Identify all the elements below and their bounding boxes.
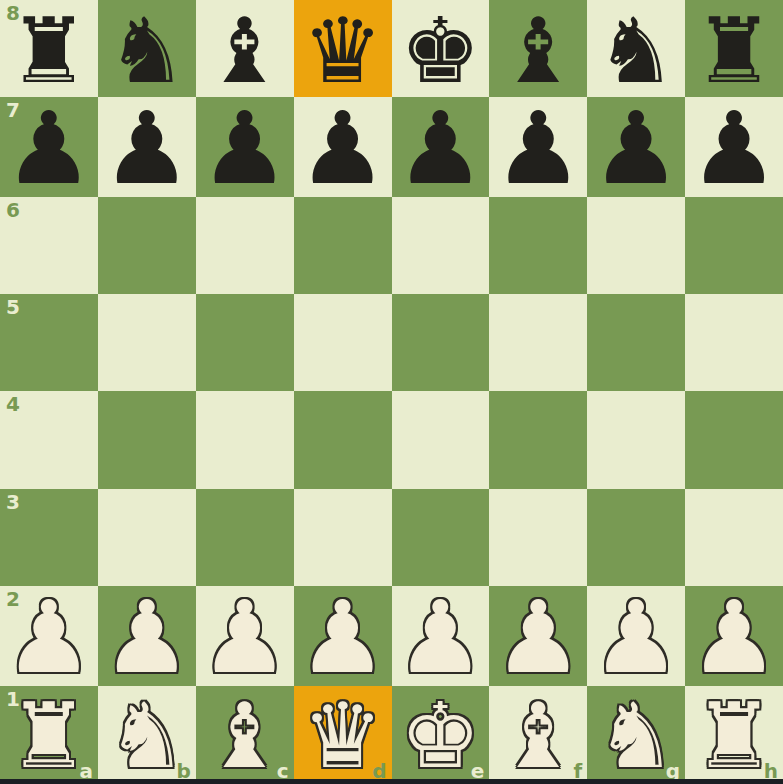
square-g6[interactable] (587, 197, 685, 294)
square-b6[interactable] (98, 197, 196, 294)
square-e4[interactable] (392, 391, 490, 488)
black-knight-g8[interactable]: ♞ (596, 6, 677, 96)
square-e7[interactable]: ♟ (392, 97, 490, 197)
square-d3[interactable] (294, 489, 392, 586)
square-d1[interactable]: d♛ (294, 686, 392, 783)
square-b8[interactable]: ♞ (98, 0, 196, 97)
chess-board: 8♜♞♝♛♚♝♞♜7♟♟♟♟♟♟♟♟65432♟♟♟♟♟♟♟♟1a♜b♞c♝d♛… (0, 0, 783, 784)
white-pawn-b2[interactable]: ♟ (102, 588, 192, 688)
white-rook-a1[interactable]: ♜ (9, 691, 90, 781)
white-pawn-h2[interactable]: ♟ (689, 588, 779, 688)
square-c5[interactable] (196, 294, 294, 391)
white-pawn-g2[interactable]: ♟ (591, 588, 681, 688)
square-e3[interactable] (392, 489, 490, 586)
square-a2[interactable]: 2♟ (0, 586, 98, 686)
square-c3[interactable] (196, 489, 294, 586)
white-pawn-d2[interactable]: ♟ (298, 588, 388, 688)
square-g7[interactable]: ♟ (587, 97, 685, 197)
square-f5[interactable] (489, 294, 587, 391)
square-a7[interactable]: 7♟ (0, 97, 98, 197)
square-b5[interactable] (98, 294, 196, 391)
square-c4[interactable] (196, 391, 294, 488)
black-pawn-f7[interactable]: ♟ (493, 99, 583, 199)
square-f1[interactable]: f♝ (489, 686, 587, 783)
square-e6[interactable] (392, 197, 490, 294)
square-b7[interactable]: ♟ (98, 97, 196, 197)
square-h4[interactable] (685, 391, 783, 488)
square-c8[interactable]: ♝ (196, 0, 294, 97)
white-bishop-c1[interactable]: ♝ (204, 691, 285, 781)
black-pawn-d7[interactable]: ♟ (298, 99, 388, 199)
black-pawn-e7[interactable]: ♟ (396, 99, 486, 199)
square-c2[interactable]: ♟ (196, 586, 294, 686)
square-a1[interactable]: 1a♜ (0, 686, 98, 783)
square-b1[interactable]: b♞ (98, 686, 196, 783)
square-h7[interactable]: ♟ (685, 97, 783, 197)
square-d6[interactable] (294, 197, 392, 294)
black-pawn-g7[interactable]: ♟ (591, 99, 681, 199)
bottom-edge-bar (0, 779, 783, 784)
square-e2[interactable]: ♟ (392, 586, 490, 686)
board-grid: 8♜♞♝♛♚♝♞♜7♟♟♟♟♟♟♟♟65432♟♟♟♟♟♟♟♟1a♜b♞c♝d♛… (0, 0, 783, 783)
square-b2[interactable]: ♟ (98, 586, 196, 686)
square-h3[interactable] (685, 489, 783, 586)
square-f6[interactable] (489, 197, 587, 294)
square-c1[interactable]: c♝ (196, 686, 294, 783)
square-d8[interactable]: ♛ (294, 0, 392, 97)
square-g8[interactable]: ♞ (587, 0, 685, 97)
square-g3[interactable] (587, 489, 685, 586)
black-knight-b8[interactable]: ♞ (106, 6, 187, 96)
square-f2[interactable]: ♟ (489, 586, 587, 686)
square-g1[interactable]: g♞ (587, 686, 685, 783)
black-king-e8[interactable]: ♚ (400, 6, 481, 96)
square-h5[interactable] (685, 294, 783, 391)
square-f8[interactable]: ♝ (489, 0, 587, 97)
white-pawn-c2[interactable]: ♟ (200, 588, 290, 688)
white-knight-b1[interactable]: ♞ (106, 691, 187, 781)
square-b4[interactable] (98, 391, 196, 488)
white-pawn-e2[interactable]: ♟ (396, 588, 486, 688)
square-a4[interactable]: 4 (0, 391, 98, 488)
square-b3[interactable] (98, 489, 196, 586)
white-king-e1[interactable]: ♚ (400, 691, 481, 781)
square-f3[interactable] (489, 489, 587, 586)
square-h2[interactable]: ♟ (685, 586, 783, 686)
square-f7[interactable]: ♟ (489, 97, 587, 197)
square-a8[interactable]: 8♜ (0, 0, 98, 97)
white-knight-g1[interactable]: ♞ (596, 691, 677, 781)
black-queen-d8[interactable]: ♛ (302, 6, 383, 96)
square-d4[interactable] (294, 391, 392, 488)
black-pawn-a7[interactable]: ♟ (4, 99, 94, 199)
square-d7[interactable]: ♟ (294, 97, 392, 197)
black-rook-a8[interactable]: ♜ (9, 6, 90, 96)
square-g2[interactable]: ♟ (587, 586, 685, 686)
white-pawn-a2[interactable]: ♟ (4, 588, 94, 688)
rank-label-3: 3 (6, 491, 20, 513)
square-h8[interactable]: ♜ (685, 0, 783, 97)
black-pawn-b7[interactable]: ♟ (102, 99, 192, 199)
square-d5[interactable] (294, 294, 392, 391)
white-queen-d1[interactable]: ♛ (302, 691, 383, 781)
square-c7[interactable]: ♟ (196, 97, 294, 197)
black-rook-h8[interactable]: ♜ (694, 6, 775, 96)
black-pawn-c7[interactable]: ♟ (200, 99, 290, 199)
square-a5[interactable]: 5 (0, 294, 98, 391)
white-pawn-f2[interactable]: ♟ (493, 588, 583, 688)
square-d2[interactable]: ♟ (294, 586, 392, 686)
square-a3[interactable]: 3 (0, 489, 98, 586)
square-f4[interactable] (489, 391, 587, 488)
black-pawn-h7[interactable]: ♟ (689, 99, 779, 199)
black-bishop-f8[interactable]: ♝ (498, 6, 579, 96)
rank-label-4: 4 (6, 393, 20, 415)
black-bishop-c8[interactable]: ♝ (204, 6, 285, 96)
square-e1[interactable]: e♚ (392, 686, 490, 783)
square-g5[interactable] (587, 294, 685, 391)
square-e8[interactable]: ♚ (392, 0, 490, 97)
square-g4[interactable] (587, 391, 685, 488)
square-c6[interactable] (196, 197, 294, 294)
white-rook-h1[interactable]: ♜ (694, 691, 775, 781)
square-h6[interactable] (685, 197, 783, 294)
square-h1[interactable]: h♜ (685, 686, 783, 783)
square-a6[interactable]: 6 (0, 197, 98, 294)
rank-label-6: 6 (6, 199, 20, 221)
white-bishop-f1[interactable]: ♝ (498, 691, 579, 781)
square-e5[interactable] (392, 294, 490, 391)
rank-label-5: 5 (6, 296, 20, 318)
